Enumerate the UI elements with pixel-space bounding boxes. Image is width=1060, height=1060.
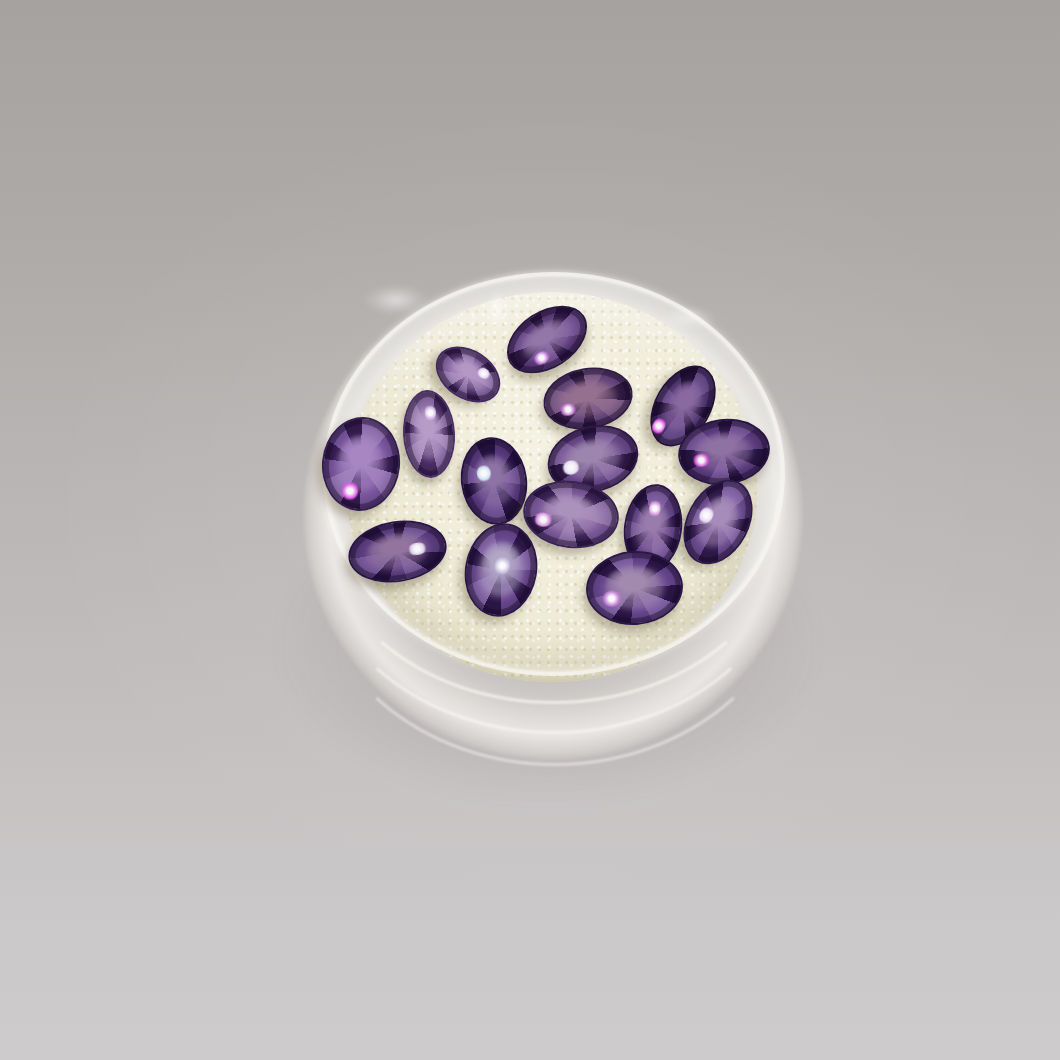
photo-scene bbox=[0, 0, 1060, 1060]
rim-glint bbox=[658, 305, 718, 331]
rim-glint bbox=[362, 284, 430, 316]
rim-glint bbox=[487, 288, 507, 332]
